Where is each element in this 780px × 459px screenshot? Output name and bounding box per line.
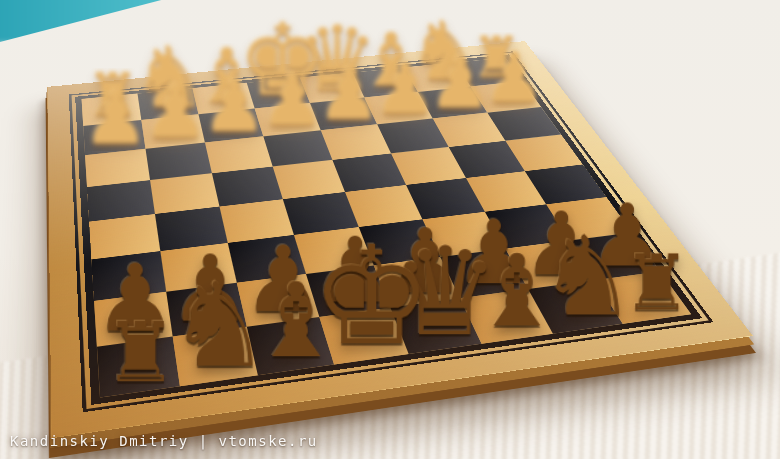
- piece-white-pawn[interactable]: ♟: [428, 51, 491, 114]
- piece-white-pawn[interactable]: ♟: [201, 73, 266, 138]
- square[interactable]: ♟: [83, 120, 145, 155]
- square[interactable]: ♞: [173, 327, 258, 387]
- square[interactable]: ♟: [141, 114, 205, 149]
- piece-white-pawn[interactable]: ♟: [260, 68, 325, 133]
- piece-white-pawn[interactable]: ♟: [317, 62, 381, 126]
- square[interactable]: ♜: [97, 337, 180, 398]
- square[interactable]: [205, 136, 273, 173]
- piece-white-pawn[interactable]: ♟: [373, 57, 437, 121]
- square[interactable]: [150, 173, 219, 214]
- piece-white-pawn[interactable]: ♟: [82, 85, 148, 151]
- square[interactable]: [212, 166, 283, 206]
- board-grid: ♜♞♝♚♛♝♞♜♟♟♟♟♟♟♟♟♟♟♟♟♟♟♟♟♜♞♝♚♛♝♞♜: [82, 57, 691, 397]
- watermark-credit: Kandinskiy Dmitriy | vtomske.ru: [10, 433, 318, 449]
- scene: ♜♞♝♚♛♝♞♜♟♟♟♟♟♟♟♟♟♟♟♟♟♟♟♟♜♞♝♚♛♝♞♜: [0, 0, 780, 459]
- piece-black-knight[interactable]: ♞: [167, 274, 272, 379]
- board-frame: ♜♞♝♚♛♝♞♜♟♟♟♟♟♟♟♟♟♟♟♟♟♟♟♟♜♞♝♚♛♝♞♜: [47, 41, 753, 438]
- frame-pinstripe-inner: ♜♞♝♚♛♝♞♜♟♟♟♟♟♟♟♟♟♟♟♟♟♟♟♟♜♞♝♚♛♝♞♜: [75, 54, 702, 404]
- chessboard: ♜♞♝♚♛♝♞♜♟♟♟♟♟♟♟♟♟♟♟♟♟♟♟♟♜♞♝♚♛♝♞♜: [47, 41, 753, 438]
- piece-white-pawn[interactable]: ♟: [142, 79, 208, 145]
- photo: ♜♞♝♚♛♝♞♜♟♟♟♟♟♟♟♟♟♟♟♟♟♟♟♟♜♞♝♚♛♝♞♜ Kandins…: [0, 0, 780, 459]
- square[interactable]: [87, 180, 155, 222]
- piece-black-rook[interactable]: ♜: [103, 316, 177, 391]
- piece-white-pawn[interactable]: ♟: [482, 46, 544, 109]
